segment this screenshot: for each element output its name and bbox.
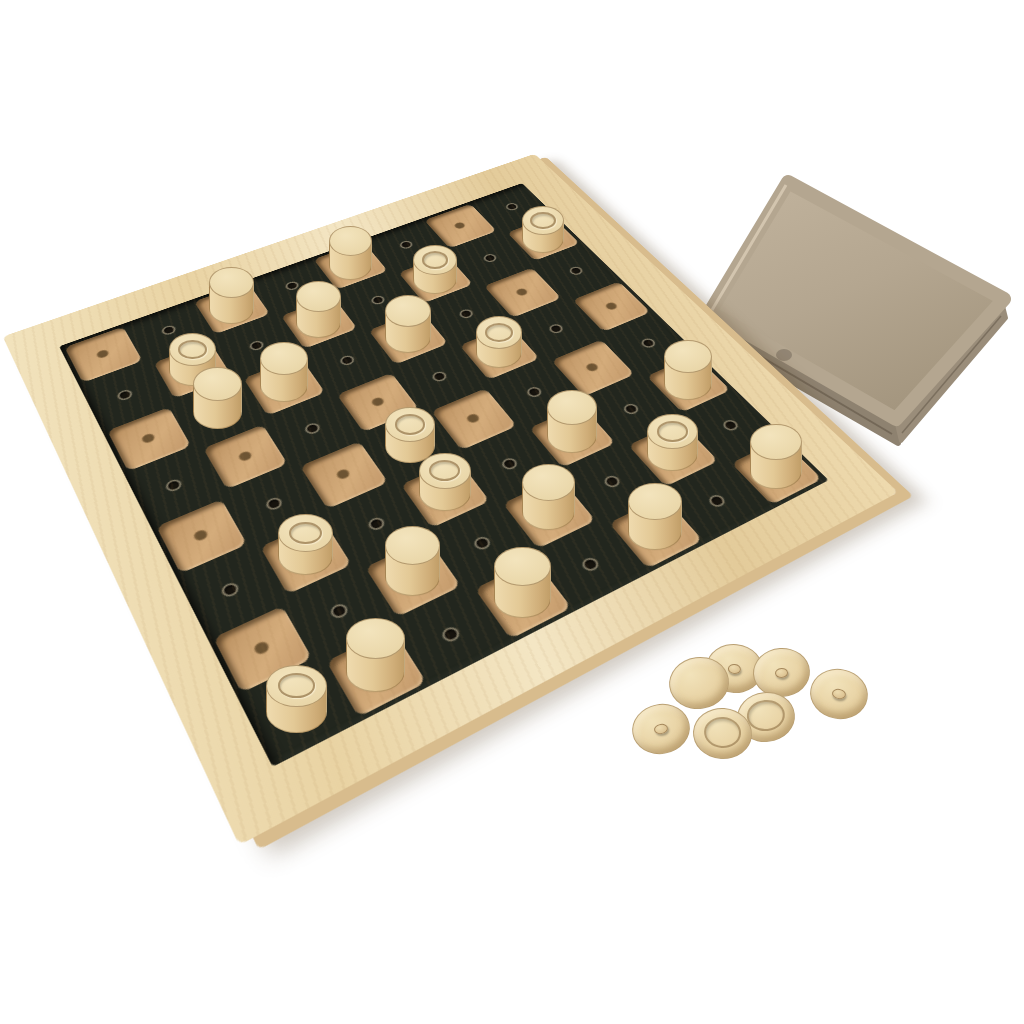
peg-hole bbox=[162, 326, 174, 335]
peg-hole bbox=[605, 476, 619, 487]
peg-hole bbox=[286, 282, 298, 290]
peg-hole bbox=[583, 558, 598, 570]
peg-hole bbox=[724, 421, 738, 431]
peg-hole bbox=[503, 458, 517, 469]
peg-hole bbox=[624, 404, 638, 414]
peg-hole bbox=[443, 627, 459, 640]
peg-hole bbox=[119, 390, 132, 399]
peg-hole bbox=[403, 441, 417, 451]
peg-hole bbox=[475, 538, 490, 550]
peg-hole bbox=[506, 204, 517, 211]
peg-hole bbox=[400, 241, 412, 248]
peg-hole bbox=[433, 372, 446, 381]
peg-hole bbox=[223, 583, 238, 596]
peg-hole bbox=[642, 339, 655, 348]
peg-hole bbox=[251, 341, 263, 350]
peg-hole bbox=[460, 310, 472, 318]
peg-hole bbox=[372, 296, 384, 304]
peg-hole bbox=[550, 324, 563, 332]
product-photo-scene bbox=[0, 0, 1024, 1024]
peg-hole bbox=[306, 423, 319, 433]
peg-hole bbox=[528, 388, 541, 397]
peg-hole bbox=[167, 480, 181, 491]
peg-hole bbox=[570, 267, 582, 275]
peg-hole bbox=[710, 495, 725, 506]
peg-hole bbox=[331, 605, 346, 618]
box-lid-notch bbox=[776, 349, 792, 361]
peg-hole bbox=[288, 704, 304, 719]
peg-hole bbox=[211, 406, 224, 416]
peg-hole bbox=[341, 356, 354, 365]
peg-hole bbox=[369, 518, 384, 530]
peg-hole bbox=[484, 254, 496, 261]
peg-hole bbox=[267, 498, 281, 509]
